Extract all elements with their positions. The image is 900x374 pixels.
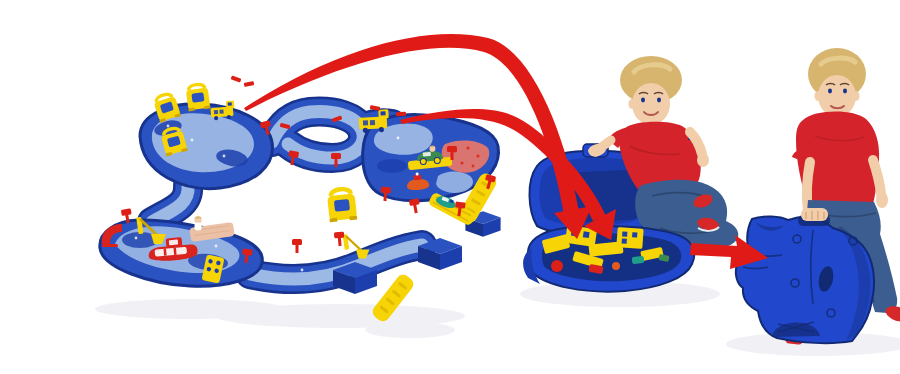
packing-scene: [520, 56, 738, 307]
hand-on-case-handle: [801, 208, 828, 221]
packing-child-face: [632, 83, 670, 125]
carry-scene: [726, 48, 900, 356]
play-figure: [194, 216, 201, 230]
carry-child-ear: [853, 91, 860, 101]
playset-shadow: [95, 299, 465, 338]
packing-child-right-hand: [697, 153, 709, 167]
lock-gate: [327, 188, 358, 223]
packing-child-ear: [629, 99, 636, 109]
lock-gate: [185, 83, 210, 111]
product-photo: [40, 16, 900, 374]
carry-child-right-hand: [876, 192, 888, 208]
carry-child-ear: [815, 91, 822, 101]
